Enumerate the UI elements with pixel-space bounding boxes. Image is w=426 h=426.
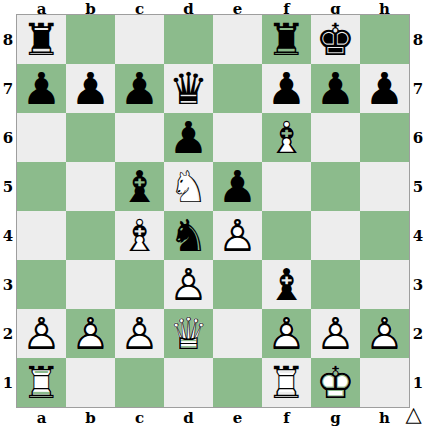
rank-label-1: 1 bbox=[410, 358, 426, 407]
square-c5[interactable]: ♝ bbox=[115, 162, 164, 211]
piece-fill: ♟ bbox=[262, 64, 311, 113]
rank-label-2: 2 bbox=[0, 309, 16, 358]
piece-fill: ♟ bbox=[360, 64, 409, 113]
rank-label-6: 6 bbox=[410, 113, 426, 162]
square-g7[interactable]: ♟ bbox=[311, 64, 360, 113]
white-to-move-icon: △ bbox=[401, 402, 426, 426]
black-king-piece: ♚ bbox=[311, 15, 360, 64]
piece-outline: ♖ bbox=[17, 358, 66, 407]
rank-label-7: 7 bbox=[0, 64, 16, 113]
square-h2[interactable]: ♟♙ bbox=[360, 309, 409, 358]
white-queen-piece: ♛♕ bbox=[164, 309, 213, 358]
square-b7[interactable]: ♟ bbox=[66, 64, 115, 113]
square-h6[interactable] bbox=[360, 113, 409, 162]
square-f5[interactable] bbox=[262, 162, 311, 211]
white-pawn-piece: ♟♙ bbox=[311, 309, 360, 358]
square-c6[interactable] bbox=[115, 113, 164, 162]
file-labels-top: abcdefgh bbox=[17, 0, 409, 14]
file-label-f: f bbox=[262, 409, 311, 426]
square-a8[interactable]: ♜ bbox=[17, 15, 66, 64]
square-g3[interactable] bbox=[311, 260, 360, 309]
piece-fill: ♝ bbox=[115, 162, 164, 211]
square-d2[interactable]: ♛♕ bbox=[164, 309, 213, 358]
square-c3[interactable] bbox=[115, 260, 164, 309]
square-h4[interactable] bbox=[360, 211, 409, 260]
black-queen-piece: ♛ bbox=[164, 64, 213, 113]
square-e3[interactable] bbox=[213, 260, 262, 309]
black-pawn-piece: ♟ bbox=[360, 64, 409, 113]
white-rook-piece: ♜♖ bbox=[262, 358, 311, 407]
square-d6[interactable]: ♟ bbox=[164, 113, 213, 162]
white-bishop-piece: ♝♗ bbox=[262, 113, 311, 162]
piece-outline: ♙ bbox=[17, 309, 66, 358]
rank-label-4: 4 bbox=[0, 211, 16, 260]
piece-fill: ♜ bbox=[262, 15, 311, 64]
rank-label-8: 8 bbox=[410, 15, 426, 64]
file-label-e: e bbox=[213, 409, 262, 426]
black-rook-piece: ♜ bbox=[17, 15, 66, 64]
piece-fill: ♝ bbox=[262, 260, 311, 309]
square-e2[interactable] bbox=[213, 309, 262, 358]
white-pawn-piece: ♟♙ bbox=[360, 309, 409, 358]
piece-outline: ♔ bbox=[311, 358, 360, 407]
file-label-a: a bbox=[17, 409, 66, 426]
square-a1[interactable]: ♜♖ bbox=[17, 358, 66, 407]
square-e5[interactable]: ♟ bbox=[213, 162, 262, 211]
file-labels-bottom: abcdefgh bbox=[17, 409, 409, 426]
square-b1[interactable] bbox=[66, 358, 115, 407]
square-c4[interactable]: ♝♗ bbox=[115, 211, 164, 260]
rank-label-7: 7 bbox=[410, 64, 426, 113]
piece-outline: ♗ bbox=[115, 211, 164, 260]
black-bishop-piece: ♝ bbox=[262, 260, 311, 309]
piece-outline: ♙ bbox=[262, 309, 311, 358]
square-e8[interactable] bbox=[213, 15, 262, 64]
black-pawn-piece: ♟ bbox=[66, 64, 115, 113]
square-d3[interactable]: ♟♙ bbox=[164, 260, 213, 309]
square-a3[interactable] bbox=[17, 260, 66, 309]
piece-fill: ♟ bbox=[115, 64, 164, 113]
piece-outline: ♙ bbox=[164, 260, 213, 309]
black-pawn-piece: ♟ bbox=[164, 113, 213, 162]
square-e1[interactable] bbox=[213, 358, 262, 407]
square-g5[interactable] bbox=[311, 162, 360, 211]
piece-outline: ♙ bbox=[311, 309, 360, 358]
square-h8[interactable] bbox=[360, 15, 409, 64]
file-label-c: c bbox=[115, 409, 164, 426]
piece-fill: ♟ bbox=[66, 64, 115, 113]
piece-outline: ♙ bbox=[213, 211, 262, 260]
square-f6[interactable]: ♝♗ bbox=[262, 113, 311, 162]
white-pawn-piece: ♟♙ bbox=[66, 309, 115, 358]
piece-fill: ♟ bbox=[17, 64, 66, 113]
square-a6[interactable] bbox=[17, 113, 66, 162]
rank-label-2: 2 bbox=[410, 309, 426, 358]
white-pawn-piece: ♟♙ bbox=[213, 211, 262, 260]
square-a4[interactable] bbox=[17, 211, 66, 260]
black-pawn-piece: ♟ bbox=[213, 162, 262, 211]
square-b3[interactable] bbox=[66, 260, 115, 309]
square-g4[interactable] bbox=[311, 211, 360, 260]
white-pawn-piece: ♟♙ bbox=[262, 309, 311, 358]
square-g1[interactable]: ♚♔ bbox=[311, 358, 360, 407]
square-g8[interactable]: ♚ bbox=[311, 15, 360, 64]
square-c1[interactable] bbox=[115, 358, 164, 407]
file-label-d: d bbox=[164, 409, 213, 426]
square-f8[interactable]: ♜ bbox=[262, 15, 311, 64]
black-pawn-piece: ♟ bbox=[262, 64, 311, 113]
piece-outline: ♘ bbox=[164, 162, 213, 211]
rank-labels-right: 87654321 bbox=[410, 15, 426, 407]
rank-label-8: 8 bbox=[0, 15, 16, 64]
rank-label-5: 5 bbox=[0, 162, 16, 211]
piece-outline: ♙ bbox=[360, 309, 409, 358]
white-king-piece: ♚♔ bbox=[311, 358, 360, 407]
square-d7[interactable]: ♛ bbox=[164, 64, 213, 113]
piece-fill: ♟ bbox=[311, 64, 360, 113]
square-a2[interactable]: ♟♙ bbox=[17, 309, 66, 358]
piece-fill: ♛ bbox=[164, 64, 213, 113]
square-b6[interactable] bbox=[66, 113, 115, 162]
rank-label-4: 4 bbox=[410, 211, 426, 260]
file-label-b: b bbox=[66, 409, 115, 426]
square-h7[interactable]: ♟ bbox=[360, 64, 409, 113]
piece-fill: ♚ bbox=[311, 15, 360, 64]
square-e7[interactable] bbox=[213, 64, 262, 113]
rank-labels-left: 87654321 bbox=[0, 15, 16, 407]
white-knight-piece: ♞♘ bbox=[164, 162, 213, 211]
square-f3[interactable]: ♝ bbox=[262, 260, 311, 309]
square-a5[interactable] bbox=[17, 162, 66, 211]
black-pawn-piece: ♟ bbox=[311, 64, 360, 113]
piece-fill: ♟ bbox=[164, 113, 213, 162]
black-pawn-piece: ♟ bbox=[115, 64, 164, 113]
square-g6[interactable] bbox=[311, 113, 360, 162]
square-f2[interactable]: ♟♙ bbox=[262, 309, 311, 358]
piece-fill: ♜ bbox=[17, 15, 66, 64]
square-b8[interactable] bbox=[66, 15, 115, 64]
piece-outline: ♗ bbox=[262, 113, 311, 162]
white-pawn-piece: ♟♙ bbox=[17, 309, 66, 358]
file-label-g: g bbox=[311, 409, 360, 426]
black-bishop-piece: ♝ bbox=[115, 162, 164, 211]
rank-label-3: 3 bbox=[0, 260, 16, 309]
piece-outline: ♕ bbox=[164, 309, 213, 358]
chess-board: ♜♜♚♟♟♟♛♟♟♟♟♝♗♝♞♘♟♝♗♞♟♙♟♙♝♟♙♟♙♟♙♛♕♟♙♟♙♟♙♜… bbox=[16, 14, 410, 408]
square-f7[interactable]: ♟ bbox=[262, 64, 311, 113]
chess-diagram: abcdefgh 87654321 ♜♜♚♟♟♟♛♟♟♟♟♝♗♝♞♘♟♝♗♞♟♙… bbox=[0, 0, 426, 426]
square-c7[interactable]: ♟ bbox=[115, 64, 164, 113]
square-c2[interactable]: ♟♙ bbox=[115, 309, 164, 358]
square-a7[interactable]: ♟ bbox=[17, 64, 66, 113]
rank-label-6: 6 bbox=[0, 113, 16, 162]
square-e4[interactable]: ♟♙ bbox=[213, 211, 262, 260]
black-rook-piece: ♜ bbox=[262, 15, 311, 64]
square-d5[interactable]: ♞♘ bbox=[164, 162, 213, 211]
square-d1[interactable] bbox=[164, 358, 213, 407]
white-pawn-piece: ♟♙ bbox=[115, 309, 164, 358]
square-f4[interactable] bbox=[262, 211, 311, 260]
piece-outline: ♖ bbox=[262, 358, 311, 407]
square-e6[interactable] bbox=[213, 113, 262, 162]
square-c8[interactable] bbox=[115, 15, 164, 64]
rank-label-1: 1 bbox=[0, 358, 16, 407]
square-b5[interactable] bbox=[66, 162, 115, 211]
black-pawn-piece: ♟ bbox=[17, 64, 66, 113]
black-knight-piece: ♞ bbox=[164, 211, 213, 260]
square-h5[interactable] bbox=[360, 162, 409, 211]
piece-outline: ♙ bbox=[66, 309, 115, 358]
rank-label-3: 3 bbox=[410, 260, 426, 309]
square-f1[interactable]: ♜♖ bbox=[262, 358, 311, 407]
square-b4[interactable] bbox=[66, 211, 115, 260]
square-g2[interactable]: ♟♙ bbox=[311, 309, 360, 358]
square-b2[interactable]: ♟♙ bbox=[66, 309, 115, 358]
square-h1[interactable] bbox=[360, 358, 409, 407]
white-pawn-piece: ♟♙ bbox=[164, 260, 213, 309]
white-bishop-piece: ♝♗ bbox=[115, 211, 164, 260]
square-h3[interactable] bbox=[360, 260, 409, 309]
rank-label-5: 5 bbox=[410, 162, 426, 211]
piece-outline: ♙ bbox=[115, 309, 164, 358]
piece-fill: ♞ bbox=[164, 211, 213, 260]
square-d8[interactable] bbox=[164, 15, 213, 64]
piece-fill: ♟ bbox=[213, 162, 262, 211]
square-d4[interactable]: ♞ bbox=[164, 211, 213, 260]
white-rook-piece: ♜♖ bbox=[17, 358, 66, 407]
